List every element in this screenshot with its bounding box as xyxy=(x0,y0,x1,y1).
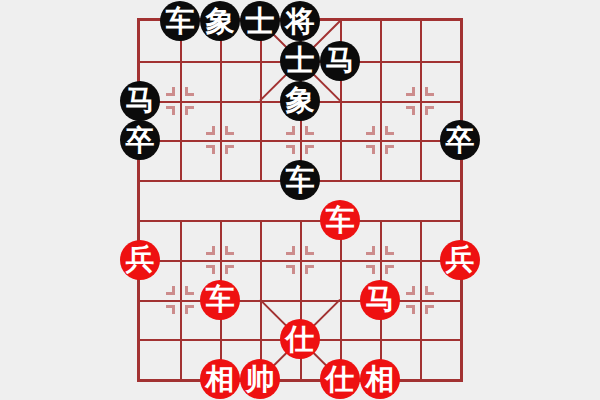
red-soldier[interactable]: 兵 xyxy=(120,240,160,280)
black-elephant[interactable]: 象 xyxy=(280,81,320,121)
red-elephant[interactable]: 相 xyxy=(200,359,240,399)
black-chariot[interactable]: 车 xyxy=(160,1,200,41)
black-general[interactable]: 将 xyxy=(280,1,320,41)
black-horse[interactable]: 马 xyxy=(120,81,160,121)
red-chariot[interactable]: 车 xyxy=(320,200,360,240)
black-advisor[interactable]: 士 xyxy=(280,41,320,81)
pieces-layer: 车象士将士马马象卒卒车车兵兵车马仕相帅仕相 xyxy=(0,0,600,400)
red-general[interactable]: 帅 xyxy=(240,359,280,399)
red-elephant[interactable]: 相 xyxy=(360,359,400,399)
black-soldier[interactable]: 卒 xyxy=(440,120,480,160)
board-stage: 车象士将士马马象卒卒车车兵兵车马仕相帅仕相 xyxy=(0,0,600,400)
red-chariot[interactable]: 车 xyxy=(200,280,240,320)
red-advisor[interactable]: 仕 xyxy=(280,319,320,359)
red-advisor[interactable]: 仕 xyxy=(320,359,360,399)
black-elephant[interactable]: 象 xyxy=(200,1,240,41)
black-advisor[interactable]: 士 xyxy=(240,1,280,41)
black-soldier[interactable]: 卒 xyxy=(120,120,160,160)
red-horse[interactable]: 马 xyxy=(360,280,400,320)
black-horse[interactable]: 马 xyxy=(320,41,360,81)
black-chariot[interactable]: 车 xyxy=(280,160,320,200)
red-soldier[interactable]: 兵 xyxy=(440,240,480,280)
